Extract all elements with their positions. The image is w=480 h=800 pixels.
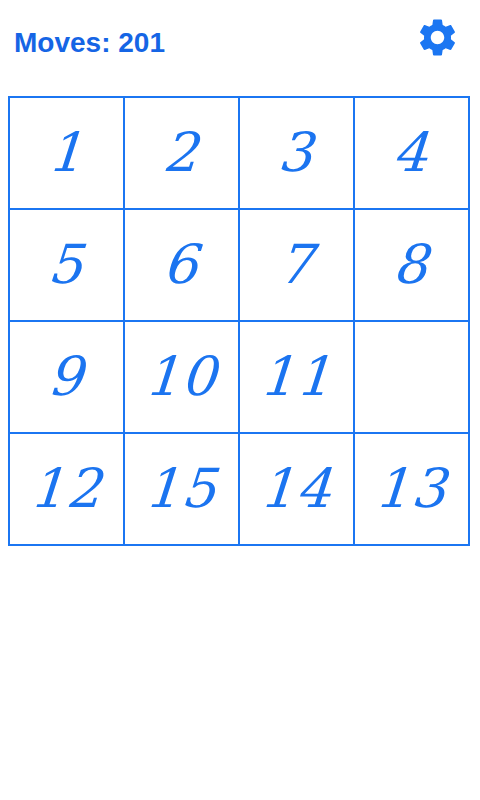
tile-number: 11 [258, 350, 334, 404]
cell-10: 10 [124, 321, 239, 433]
tile-number: 12 [28, 462, 104, 516]
tile-number: 3 [276, 126, 316, 180]
tile-number: 1 [46, 126, 86, 180]
cell-5: 5 [9, 209, 124, 321]
cell-11: 11 [239, 321, 354, 433]
tile-number: 9 [46, 350, 86, 404]
tile-number: 14 [258, 462, 334, 516]
tile-number: 10 [143, 350, 219, 404]
cell-13: 13 [354, 433, 469, 545]
cell-7: 7 [239, 209, 354, 321]
tile-10[interactable]: 10 [124, 321, 239, 433]
tile-number: 8 [391, 238, 431, 292]
tile-number: 7 [276, 238, 316, 292]
tile-2[interactable]: 2 [124, 97, 239, 209]
tile-4[interactable]: 4 [354, 97, 469, 209]
tile-number: 4 [391, 126, 431, 180]
tile-12[interactable]: 12 [9, 433, 124, 545]
cell-4: 4 [354, 97, 469, 209]
tile-6[interactable]: 6 [124, 209, 239, 321]
tile-11[interactable]: 11 [239, 321, 354, 433]
cell-15: 15 [124, 433, 239, 545]
cell-2: 2 [124, 97, 239, 209]
tile-8[interactable]: 8 [354, 209, 469, 321]
empty-cell [354, 321, 469, 433]
tile-3[interactable]: 3 [239, 97, 354, 209]
cell-1: 1 [9, 97, 124, 209]
tile-1[interactable]: 1 [9, 97, 124, 209]
tile-number: 5 [46, 238, 86, 292]
cell-3: 3 [239, 97, 354, 209]
tile-9[interactable]: 9 [9, 321, 124, 433]
moves-counter: Moves: 201 [14, 27, 165, 59]
tile-15[interactable]: 15 [124, 433, 239, 545]
tile-number: 6 [161, 238, 201, 292]
cell-8: 8 [354, 209, 469, 321]
tile-14[interactable]: 14 [239, 433, 354, 545]
cell-6: 6 [124, 209, 239, 321]
top-bar: Moves: 201 [0, 0, 480, 80]
cell-9: 9 [9, 321, 124, 433]
cell-14: 14 [239, 433, 354, 545]
settings-gear-icon[interactable] [415, 15, 460, 60]
app-screen: Moves: 201 123456789101112151413 [0, 0, 480, 800]
tile-number: 2 [161, 126, 201, 180]
tile-number: 15 [143, 462, 219, 516]
board: 123456789101112151413 [8, 96, 470, 546]
cell-12: 12 [9, 433, 124, 545]
tile-number: 13 [373, 462, 449, 516]
tile-7[interactable]: 7 [239, 209, 354, 321]
tile-13[interactable]: 13 [354, 433, 469, 545]
tile-5[interactable]: 5 [9, 209, 124, 321]
